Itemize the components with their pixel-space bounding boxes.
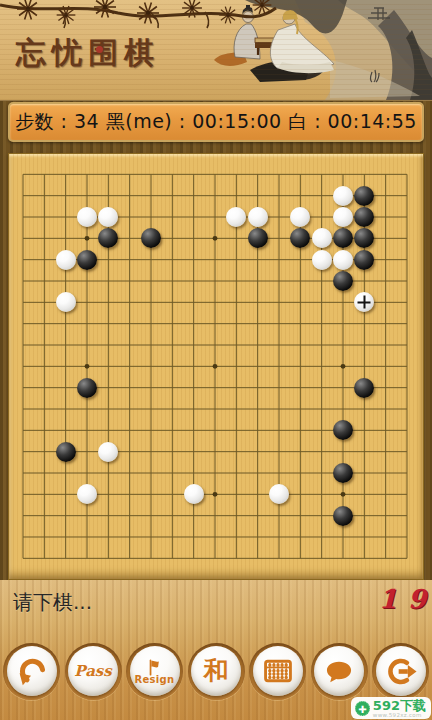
white-stone xyxy=(77,207,97,227)
board-intersection xyxy=(332,420,353,441)
black-stone xyxy=(141,228,161,248)
turn-prompt: 请下棋... xyxy=(13,589,92,616)
board-intersection xyxy=(55,292,76,313)
board-intersection xyxy=(98,228,119,249)
black-stone xyxy=(354,250,374,270)
board-intersection xyxy=(332,505,353,526)
board-intersection xyxy=(332,185,353,206)
board-intersection xyxy=(55,441,76,462)
abacus-icon xyxy=(261,655,295,687)
toolbar-well-exit xyxy=(372,643,429,700)
white-stone xyxy=(226,207,246,227)
board-intersection xyxy=(354,228,375,249)
board-intersection xyxy=(76,206,97,227)
board-intersection xyxy=(332,206,353,227)
stones-grid xyxy=(12,164,417,569)
watermark: ✚ 592下载 www.592xz.com xyxy=(351,697,431,719)
toolbar: PassResign和 xyxy=(0,639,432,703)
toolbar-button-chat[interactable] xyxy=(314,646,364,696)
toolbar-button-draw[interactable]: 和 xyxy=(191,646,241,696)
board-intersection xyxy=(332,270,353,291)
black-stone xyxy=(56,442,76,462)
board-intersection xyxy=(55,249,76,270)
board-intersection xyxy=(98,441,119,462)
toolbar-well-pass: Pass xyxy=(65,643,122,700)
resign-label: Resign xyxy=(135,674,175,685)
board-intersection xyxy=(76,484,97,505)
black-stone xyxy=(333,228,353,248)
board-intersection xyxy=(290,206,311,227)
white-stone xyxy=(77,484,97,504)
white-stone xyxy=(333,250,353,270)
board-intersection xyxy=(268,484,289,505)
countdown-timer: 1 9 xyxy=(379,584,426,614)
board-intersection xyxy=(183,484,204,505)
white-stone xyxy=(354,292,374,312)
white-stone xyxy=(312,228,332,248)
bottom-panel: 请下棋... 1 9 PassResign和 ✚ 592下载 www.592xz… xyxy=(0,580,432,720)
toolbar-well-undo xyxy=(3,643,60,700)
board-intersection xyxy=(140,228,161,249)
board-intersection xyxy=(332,249,353,270)
white-stone xyxy=(56,250,76,270)
black-stone xyxy=(354,378,374,398)
black-stone xyxy=(333,271,353,291)
exit-arrow-icon xyxy=(384,655,417,688)
go-board[interactable] xyxy=(8,153,424,580)
black-stone xyxy=(248,228,268,248)
board-intersection xyxy=(98,206,119,227)
toolbar-button-count[interactable] xyxy=(253,646,303,696)
black-stone xyxy=(77,378,97,398)
black-stone xyxy=(354,207,374,227)
watermark-logo-icon: ✚ xyxy=(355,701,370,716)
board-intersection xyxy=(354,249,375,270)
black-stone xyxy=(77,250,97,270)
board-intersection xyxy=(354,292,375,313)
speech-bubble-icon xyxy=(323,656,355,686)
app-window: 忘忧围棋 步数 : 34 黑(me) : 00:15:00 白 : 00:14:… xyxy=(0,0,432,720)
toolbar-well-count xyxy=(249,643,306,700)
board-intersection xyxy=(354,206,375,227)
black-stone xyxy=(333,463,353,483)
board-intersection xyxy=(290,228,311,249)
white-stone xyxy=(333,207,353,227)
board-intersection xyxy=(247,206,268,227)
toolbar-well-resign: Resign xyxy=(126,643,183,700)
black-stone xyxy=(98,228,118,248)
board-intersection xyxy=(76,249,97,270)
white-stone xyxy=(56,292,76,312)
white-stone xyxy=(333,186,353,206)
board-intersection xyxy=(311,249,332,270)
black-stone xyxy=(290,228,310,248)
black-stone xyxy=(333,506,353,526)
draw-label: 和 xyxy=(204,658,229,684)
title-banner: 忘忧围棋 xyxy=(0,0,432,101)
board-intersection xyxy=(354,377,375,398)
watermark-text: 592下载 xyxy=(373,699,426,712)
toolbar-well-draw: 和 xyxy=(188,643,245,700)
toolbar-button-undo[interactable] xyxy=(7,646,57,696)
black-stone xyxy=(354,186,374,206)
board-intersection xyxy=(332,228,353,249)
board-intersection xyxy=(226,206,247,227)
countdown-digit: 1 xyxy=(379,584,397,614)
white-stone xyxy=(98,207,118,227)
undo-arrow-icon xyxy=(15,655,48,688)
watermark-subtext: www.592xz.com xyxy=(373,712,426,718)
board-intersection xyxy=(311,228,332,249)
black-stone xyxy=(354,228,374,248)
board-intersection xyxy=(354,185,375,206)
status-bar: 步数 : 34 黑(me) : 00:15:00 白 : 00:14:55 xyxy=(8,102,424,142)
white-stone xyxy=(184,484,204,504)
toolbar-button-exit[interactable] xyxy=(376,646,426,696)
title-seal-icon xyxy=(96,46,103,53)
app-title: 忘忧围棋 xyxy=(16,36,160,70)
white-stone xyxy=(290,207,310,227)
black-stone xyxy=(333,420,353,440)
board-intersection xyxy=(76,377,97,398)
white-stone xyxy=(312,250,332,270)
toolbar-button-pass[interactable]: Pass xyxy=(68,646,118,696)
pass-label: Pass xyxy=(74,662,112,680)
status-text: 步数 : 34 黑(me) : 00:15:00 白 : 00:14:55 xyxy=(15,109,417,135)
board-intersection xyxy=(247,228,268,249)
last-move-marker xyxy=(358,296,371,309)
white-stone xyxy=(269,484,289,504)
white-stone xyxy=(248,207,268,227)
countdown-digit: 9 xyxy=(408,584,426,614)
toolbar-button-resign[interactable]: Resign xyxy=(130,646,180,696)
white-stone xyxy=(98,442,118,462)
board-intersection xyxy=(332,462,353,483)
toolbar-well-chat xyxy=(311,643,368,700)
